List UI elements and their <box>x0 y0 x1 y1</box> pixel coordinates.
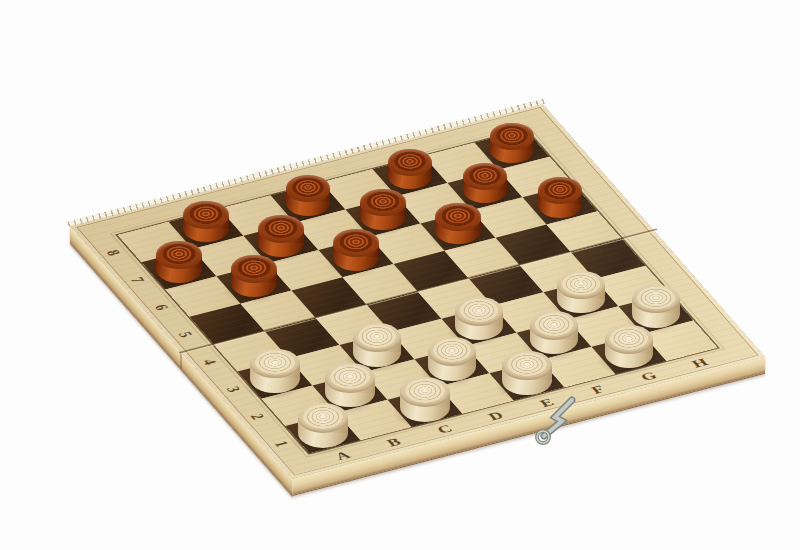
piece-white-e3[interactable] <box>455 297 503 340</box>
piece-white-a1[interactable] <box>298 403 348 448</box>
piece-dark-h8[interactable] <box>490 123 534 162</box>
piece-white-b2[interactable] <box>325 363 374 407</box>
piece-white-f2[interactable] <box>530 311 578 354</box>
piece-dark-d8[interactable] <box>286 175 331 215</box>
piece-top <box>605 325 653 354</box>
piece-dark-h6[interactable] <box>538 177 583 217</box>
piece-top <box>490 123 534 149</box>
piece-top <box>388 149 432 176</box>
piece-top <box>258 215 304 242</box>
piece-top <box>325 363 374 393</box>
piece-white-c3[interactable] <box>353 323 401 367</box>
piece-dark-c7[interactable] <box>258 215 304 256</box>
piece-top <box>557 271 604 299</box>
piece-top <box>435 203 481 230</box>
piece-dark-a7[interactable] <box>156 241 202 283</box>
piece-top <box>455 297 503 326</box>
piece-dark-g7[interactable] <box>463 163 508 203</box>
piece-white-d2[interactable] <box>428 337 477 381</box>
piece-top <box>400 377 450 407</box>
piece-top <box>298 403 348 433</box>
metal-clasp-icon <box>528 390 586 448</box>
piece-top <box>530 311 578 340</box>
piece-dark-f8[interactable] <box>388 149 432 189</box>
piece-top <box>360 189 405 216</box>
scene: ABCDEFGH12345678 <box>0 0 800 550</box>
piece-top <box>463 163 508 190</box>
piece-top <box>183 201 228 228</box>
piece-white-e1[interactable] <box>502 351 551 395</box>
piece-white-h2[interactable] <box>632 285 680 328</box>
piece-top <box>333 229 379 257</box>
piece-top <box>502 351 551 380</box>
piece-dark-e7[interactable] <box>360 189 405 230</box>
piece-white-g1[interactable] <box>605 325 653 369</box>
piece-dark-d6[interactable] <box>333 229 379 271</box>
piece-dark-f6[interactable] <box>435 203 481 244</box>
piece-white-c1[interactable] <box>400 377 450 422</box>
pieces-layer <box>0 0 800 550</box>
piece-dark-b6[interactable] <box>231 255 278 297</box>
piece-top <box>353 323 401 352</box>
piece-top <box>632 285 680 314</box>
piece-white-g3[interactable] <box>557 271 604 313</box>
piece-top <box>250 349 299 378</box>
piece-white-a3[interactable] <box>250 349 299 393</box>
piece-dark-b8[interactable] <box>183 201 228 242</box>
